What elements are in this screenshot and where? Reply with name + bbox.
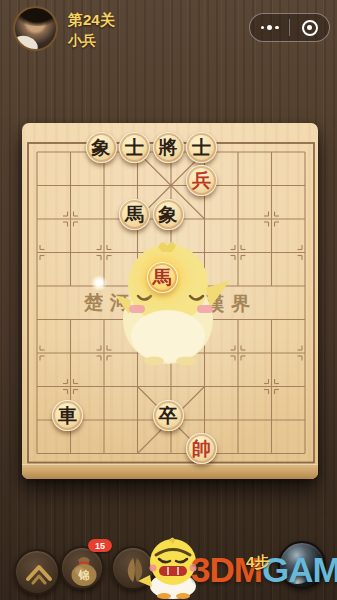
more-button[interactable] [250,14,289,41]
avatar [13,6,58,51]
piece-red-馬[interactable]: 馬 [147,262,178,293]
svg-text:锦: 锦 [78,569,90,581]
piece-red-帥[interactable]: 帥 [186,433,217,464]
miniprogram-capsule [249,13,330,42]
piece-grid[interactable]: 象士將士兵馬象馬車卒帥 [20,135,322,470]
close-button[interactable] [290,14,329,41]
hint-count-badge: 15 [88,539,112,552]
app-screen: 第24关 小兵 楚河 漢界 象士將士兵馬象馬車卒帥 [0,0,337,600]
more-icon [261,26,265,30]
piece-red-兵[interactable]: 兵 [186,165,217,196]
piece-black-士[interactable]: 士 [119,132,150,163]
menu-button[interactable] [14,549,60,595]
stage-label: 小兵 [68,32,96,50]
piece-black-車[interactable]: 車 [52,400,83,431]
chevron-up-icon [16,551,62,597]
piece-black-馬[interactable]: 馬 [119,199,150,230]
steps-counter: 4步 [246,553,269,572]
level-label: 第24关 [68,11,115,30]
hint-bag-button[interactable]: 锦 [60,546,104,590]
close-icon [302,20,318,36]
piece-black-士[interactable]: 士 [186,132,217,163]
piece-black-象[interactable]: 象 [153,199,184,230]
piece-black-將[interactable]: 將 [153,132,184,163]
watermark-game: GAME [262,550,337,589]
money-bag-icon: 锦 [62,548,106,592]
piece-black-卒[interactable]: 卒 [153,400,184,431]
piece-black-象[interactable]: 象 [86,132,117,163]
